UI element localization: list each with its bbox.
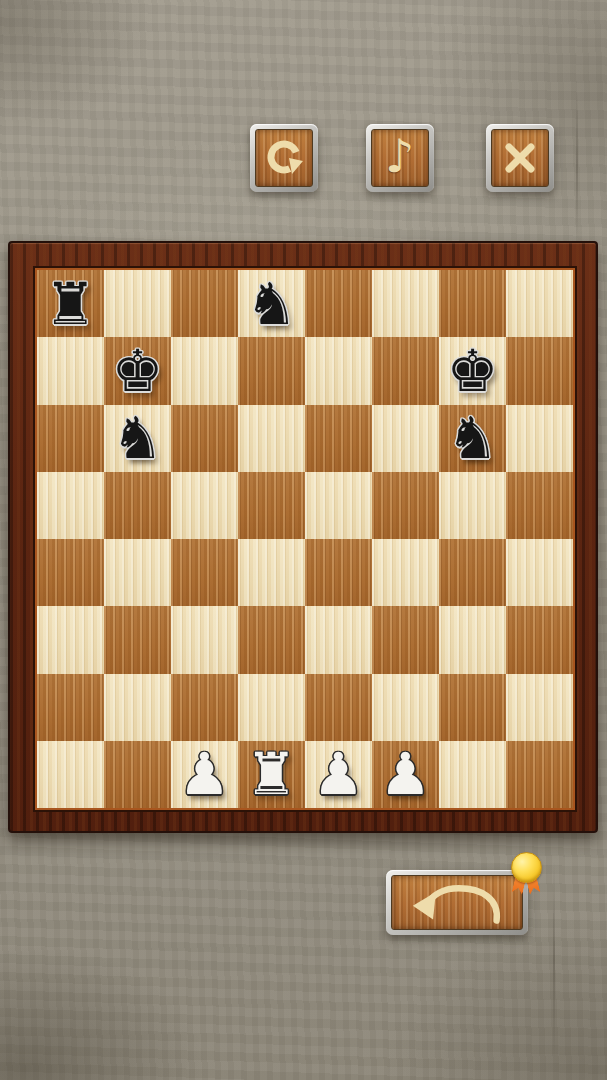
square-c2[interactable] — [171, 674, 238, 741]
square-c6[interactable] — [171, 405, 238, 472]
piece-white-pawn-c1[interactable]: ♟ — [179, 741, 231, 807]
square-e5[interactable] — [305, 472, 372, 539]
square-a3[interactable] — [37, 606, 104, 673]
music-note-icon: ♪ — [385, 133, 414, 179]
square-b6[interactable]: ♞ — [104, 405, 171, 472]
background-scratch — [553, 860, 555, 1060]
close-button-face — [491, 129, 549, 187]
undo-button-face — [391, 875, 523, 930]
square-c8[interactable] — [171, 270, 238, 337]
medal-ribbon-right — [525, 871, 541, 895]
square-e2[interactable] — [305, 674, 372, 741]
app-screen: ♪ ♜♞♚♚♞♞♟♜♟♟ — [0, 0, 607, 1080]
piece-black-king-b7[interactable]: ♚ — [112, 338, 164, 404]
square-b8[interactable] — [104, 270, 171, 337]
square-d1[interactable]: ♜ — [238, 741, 305, 808]
square-b4[interactable] — [104, 539, 171, 606]
square-a6[interactable] — [37, 405, 104, 472]
square-a1[interactable] — [37, 741, 104, 808]
square-f7[interactable] — [372, 337, 439, 404]
square-a4[interactable] — [37, 539, 104, 606]
square-h7[interactable] — [506, 337, 573, 404]
square-f5[interactable] — [372, 472, 439, 539]
square-h2[interactable] — [506, 674, 573, 741]
square-g3[interactable] — [439, 606, 506, 673]
square-f3[interactable] — [372, 606, 439, 673]
piece-black-king-g7[interactable]: ♚ — [447, 338, 499, 404]
square-d8[interactable]: ♞ — [238, 270, 305, 337]
square-c7[interactable] — [171, 337, 238, 404]
square-d7[interactable] — [238, 337, 305, 404]
square-d2[interactable] — [238, 674, 305, 741]
square-a2[interactable] — [37, 674, 104, 741]
square-a8[interactable]: ♜ — [37, 270, 104, 337]
square-e8[interactable] — [305, 270, 372, 337]
square-g5[interactable] — [439, 472, 506, 539]
square-h8[interactable] — [506, 270, 573, 337]
square-f2[interactable] — [372, 674, 439, 741]
square-c1[interactable]: ♟ — [171, 741, 238, 808]
square-e1[interactable]: ♟ — [305, 741, 372, 808]
undo-arrow-icon — [401, 880, 513, 926]
piece-white-pawn-f1[interactable]: ♟ — [380, 741, 432, 807]
square-d6[interactable] — [238, 405, 305, 472]
square-e7[interactable] — [305, 337, 372, 404]
piece-black-knight-b6[interactable]: ♞ — [112, 405, 164, 471]
restart-button[interactable] — [250, 124, 318, 192]
square-c4[interactable] — [171, 539, 238, 606]
square-c5[interactable] — [171, 472, 238, 539]
square-d4[interactable] — [238, 539, 305, 606]
square-h6[interactable] — [506, 405, 573, 472]
square-b7[interactable]: ♚ — [104, 337, 171, 404]
restart-button-face — [255, 129, 313, 187]
piece-white-pawn-e1[interactable]: ♟ — [313, 741, 365, 807]
close-icon — [498, 136, 542, 180]
square-d3[interactable] — [238, 606, 305, 673]
square-e4[interactable] — [305, 539, 372, 606]
square-h4[interactable] — [506, 539, 573, 606]
music-button[interactable]: ♪ — [366, 124, 434, 192]
piece-black-rook-a8[interactable]: ♜ — [45, 271, 97, 337]
square-g6[interactable]: ♞ — [439, 405, 506, 472]
square-c3[interactable] — [171, 606, 238, 673]
square-g1[interactable] — [439, 741, 506, 808]
square-e3[interactable] — [305, 606, 372, 673]
square-f6[interactable] — [372, 405, 439, 472]
square-d5[interactable] — [238, 472, 305, 539]
square-b3[interactable] — [104, 606, 171, 673]
square-g7[interactable]: ♚ — [439, 337, 506, 404]
square-a7[interactable] — [37, 337, 104, 404]
piece-black-knight-d8[interactable]: ♞ — [246, 271, 298, 337]
square-h5[interactable] — [506, 472, 573, 539]
square-b1[interactable] — [104, 741, 171, 808]
close-button[interactable] — [486, 124, 554, 192]
square-h1[interactable] — [506, 741, 573, 808]
square-g2[interactable] — [439, 674, 506, 741]
undo-button[interactable] — [386, 870, 528, 935]
square-f1[interactable]: ♟ — [372, 741, 439, 808]
square-b2[interactable] — [104, 674, 171, 741]
music-button-face: ♪ — [371, 129, 429, 187]
square-f4[interactable] — [372, 539, 439, 606]
square-e6[interactable] — [305, 405, 372, 472]
chess-board-frame: ♜♞♚♚♞♞♟♜♟♟ — [8, 241, 598, 833]
square-g4[interactable] — [439, 539, 506, 606]
square-h3[interactable] — [506, 606, 573, 673]
square-a5[interactable] — [37, 472, 104, 539]
square-f8[interactable] — [372, 270, 439, 337]
background-scratch — [576, 90, 578, 240]
piece-black-knight-g6[interactable]: ♞ — [447, 405, 499, 471]
square-g8[interactable] — [439, 270, 506, 337]
chess-board: ♜♞♚♚♞♞♟♜♟♟ — [35, 268, 575, 810]
piece-white-rook-d1[interactable]: ♜ — [246, 741, 298, 807]
square-b5[interactable] — [104, 472, 171, 539]
restart-icon — [262, 136, 306, 180]
